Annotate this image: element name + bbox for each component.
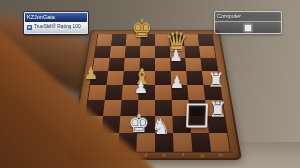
board-square-b7[interactable] xyxy=(110,46,126,58)
board-square-a8[interactable] xyxy=(96,34,112,46)
player-card: KZJonGata ⚑ TrueSkill® Rating 100 xyxy=(24,12,88,34)
flag-icon: ⚑ xyxy=(27,25,32,30)
board-square-h8[interactable] xyxy=(198,34,214,46)
piece-silver-knight-e1[interactable]: ♞ xyxy=(152,117,171,138)
piece-silver-king-d1[interactable]: ♚ xyxy=(128,112,150,136)
computer-card: Computer xyxy=(214,11,282,34)
board-square-f3[interactable] xyxy=(172,100,190,116)
board-square-a4[interactable] xyxy=(88,85,106,100)
file-label-f: f xyxy=(182,153,185,158)
board-square-e5[interactable] xyxy=(155,71,171,85)
board-square-g3[interactable] xyxy=(188,100,207,116)
board-square-g6[interactable] xyxy=(185,58,202,71)
piece-gold-king-d8[interactable]: ♚ xyxy=(131,17,153,41)
piece-silver-pawn-f6[interactable]: ♟ xyxy=(169,49,182,64)
board-square-b3[interactable] xyxy=(103,100,122,116)
piece-silver-rook-h4[interactable]: ♜ xyxy=(207,71,224,90)
board-square-d7[interactable] xyxy=(140,46,155,58)
board-square-h7[interactable] xyxy=(199,46,216,58)
board-square-g1[interactable] xyxy=(191,133,211,152)
board-square-b5[interactable] xyxy=(107,71,124,85)
player-gamertag: KZJonGata xyxy=(25,13,87,22)
game-scene: abcdefgh ♚♛♝♟♟♟♟♜♜♞♚ KZJonGata ⚑ TrueSki… xyxy=(0,0,300,168)
computer-status-icon xyxy=(244,24,252,32)
file-label-d: d xyxy=(143,153,148,158)
board-square-e3[interactable] xyxy=(155,100,172,116)
trueskill-rating: TrueSkill® Rating 100 xyxy=(34,25,81,30)
board-square-a7[interactable] xyxy=(94,46,111,58)
board-square-g2[interactable] xyxy=(190,116,209,133)
file-label-g: g xyxy=(200,153,205,158)
board-square-b4[interactable] xyxy=(105,85,123,100)
file-label-h: h xyxy=(218,153,223,158)
piece-silver-pawn-d4[interactable]: ♟ xyxy=(134,80,148,96)
board-square-g5[interactable] xyxy=(186,71,203,85)
board-square-b6[interactable] xyxy=(108,58,125,71)
piece-gold-pawn-a5[interactable]: ♟ xyxy=(84,66,98,82)
piece-silver-rook-h2[interactable]: ♜ xyxy=(209,100,228,121)
board-square-g4[interactable] xyxy=(187,85,205,100)
computer-label: Computer xyxy=(215,12,281,22)
board-square-b8[interactable] xyxy=(111,34,127,46)
board-square-f2[interactable] xyxy=(172,116,191,133)
board-square-f1[interactable] xyxy=(173,133,192,152)
board-square-h1[interactable] xyxy=(209,133,230,152)
piece-silver-pawn-f4[interactable]: ♟ xyxy=(170,75,184,91)
board-square-c7[interactable] xyxy=(125,46,141,58)
file-label-e: e xyxy=(162,153,166,158)
